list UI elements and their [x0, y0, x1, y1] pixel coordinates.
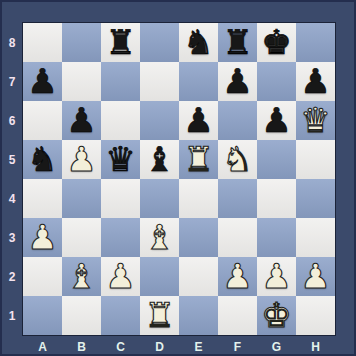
piece-black-knight-e8[interactable]: ♞	[179, 23, 218, 62]
file-label-h: H	[296, 338, 335, 356]
square-d6[interactable]	[140, 101, 179, 140]
piece-white-bishop-d3[interactable]: ♝	[140, 218, 179, 257]
file-label-a: A	[23, 338, 62, 356]
square-c8[interactable]: ♜	[101, 23, 140, 62]
rank-label-6: 6	[2, 101, 22, 140]
square-a1[interactable]	[23, 296, 62, 335]
square-e7[interactable]	[179, 62, 218, 101]
square-b4[interactable]	[62, 179, 101, 218]
square-b2[interactable]: ♝	[62, 257, 101, 296]
square-h8[interactable]	[296, 23, 335, 62]
rank-label-5: 5	[2, 140, 22, 179]
piece-white-pawn-g2[interactable]: ♟	[257, 257, 296, 296]
square-h6[interactable]: ♛	[296, 101, 335, 140]
piece-black-pawn-b6[interactable]: ♟	[62, 101, 101, 140]
square-c5[interactable]: ♛	[101, 140, 140, 179]
chess-board: ♜♞♜♚♟♟♟♟♟♟♛♞♟♛♝♜♞♟♝♝♟♟♟♟♜♚	[22, 22, 336, 336]
file-label-g: G	[257, 338, 296, 356]
square-g2[interactable]: ♟	[257, 257, 296, 296]
piece-white-king-g1[interactable]: ♚	[257, 296, 296, 335]
file-labels: ABCDEFGH	[23, 338, 335, 356]
square-g4[interactable]	[257, 179, 296, 218]
piece-black-bishop-d5[interactable]: ♝	[140, 140, 179, 179]
rank-labels: 87654321	[2, 23, 22, 335]
square-a5[interactable]: ♞	[23, 140, 62, 179]
square-e3[interactable]	[179, 218, 218, 257]
square-g7[interactable]	[257, 62, 296, 101]
square-c4[interactable]	[101, 179, 140, 218]
piece-white-pawn-a3[interactable]: ♟	[23, 218, 62, 257]
square-f8[interactable]: ♜	[218, 23, 257, 62]
square-c1[interactable]	[101, 296, 140, 335]
square-f3[interactable]	[218, 218, 257, 257]
square-b1[interactable]	[62, 296, 101, 335]
square-h2[interactable]: ♟	[296, 257, 335, 296]
square-f7[interactable]: ♟	[218, 62, 257, 101]
square-a2[interactable]	[23, 257, 62, 296]
square-d7[interactable]	[140, 62, 179, 101]
square-f1[interactable]	[218, 296, 257, 335]
piece-white-rook-d1[interactable]: ♜	[140, 296, 179, 335]
piece-white-bishop-b2[interactable]: ♝	[62, 257, 101, 296]
square-b5[interactable]: ♟	[62, 140, 101, 179]
rank-label-1: 1	[2, 296, 22, 335]
rank-label-4: 4	[2, 179, 22, 218]
square-g1[interactable]: ♚	[257, 296, 296, 335]
square-d5[interactable]: ♝	[140, 140, 179, 179]
square-g8[interactable]: ♚	[257, 23, 296, 62]
piece-black-pawn-h7[interactable]: ♟	[296, 62, 335, 101]
square-a3[interactable]: ♟	[23, 218, 62, 257]
square-e1[interactable]	[179, 296, 218, 335]
rank-label-7: 7	[2, 62, 22, 101]
square-g3[interactable]	[257, 218, 296, 257]
square-h3[interactable]	[296, 218, 335, 257]
square-h7[interactable]: ♟	[296, 62, 335, 101]
square-f4[interactable]	[218, 179, 257, 218]
piece-black-rook-c8[interactable]: ♜	[101, 23, 140, 62]
piece-white-rook-e5[interactable]: ♜	[179, 140, 218, 179]
file-label-d: D	[140, 338, 179, 356]
square-a4[interactable]	[23, 179, 62, 218]
piece-white-pawn-b5[interactable]: ♟	[62, 140, 101, 179]
square-b6[interactable]: ♟	[62, 101, 101, 140]
piece-black-pawn-e6[interactable]: ♟	[179, 101, 218, 140]
square-c6[interactable]	[101, 101, 140, 140]
square-h1[interactable]	[296, 296, 335, 335]
piece-black-knight-a5[interactable]: ♞	[23, 140, 62, 179]
square-f5[interactable]: ♞	[218, 140, 257, 179]
square-a6[interactable]	[23, 101, 62, 140]
file-label-f: F	[218, 338, 257, 356]
file-label-e: E	[179, 338, 218, 356]
piece-black-pawn-a7[interactable]: ♟	[23, 62, 62, 101]
square-e2[interactable]	[179, 257, 218, 296]
square-e6[interactable]: ♟	[179, 101, 218, 140]
square-e4[interactable]	[179, 179, 218, 218]
square-c2[interactable]: ♟	[101, 257, 140, 296]
square-e8[interactable]: ♞	[179, 23, 218, 62]
rank-label-8: 8	[2, 23, 22, 62]
square-g6[interactable]: ♟	[257, 101, 296, 140]
file-label-c: C	[101, 338, 140, 356]
rank-label-2: 2	[2, 257, 22, 296]
square-a7[interactable]: ♟	[23, 62, 62, 101]
square-e5[interactable]: ♜	[179, 140, 218, 179]
square-d2[interactable]	[140, 257, 179, 296]
square-c3[interactable]	[101, 218, 140, 257]
square-d4[interactable]	[140, 179, 179, 218]
square-b7[interactable]	[62, 62, 101, 101]
square-a8[interactable]	[23, 23, 62, 62]
square-d1[interactable]: ♜	[140, 296, 179, 335]
piece-white-pawn-f2[interactable]: ♟	[218, 257, 257, 296]
piece-white-pawn-h2[interactable]: ♟	[296, 257, 335, 296]
piece-white-queen-h6[interactable]: ♛	[296, 101, 335, 140]
square-g5[interactable]	[257, 140, 296, 179]
square-d8[interactable]	[140, 23, 179, 62]
piece-black-rook-f8[interactable]: ♜	[218, 23, 257, 62]
square-c7[interactable]	[101, 62, 140, 101]
square-b8[interactable]	[62, 23, 101, 62]
rank-label-3: 3	[2, 218, 22, 257]
piece-white-knight-f5[interactable]: ♞	[218, 140, 257, 179]
square-f6[interactable]	[218, 101, 257, 140]
piece-black-pawn-g6[interactable]: ♟	[257, 101, 296, 140]
square-f2[interactable]: ♟	[218, 257, 257, 296]
square-d3[interactable]: ♝	[140, 218, 179, 257]
piece-black-pawn-f7[interactable]: ♟	[218, 62, 257, 101]
square-b3[interactable]	[62, 218, 101, 257]
piece-black-king-g8[interactable]: ♚	[257, 23, 296, 62]
file-label-b: B	[62, 338, 101, 356]
square-h5[interactable]	[296, 140, 335, 179]
chess-board-frame: 87654321 ♜♞♜♚♟♟♟♟♟♟♛♞♟♛♝♜♞♟♝♝♟♟♟♟♜♚ ABCD…	[0, 0, 356, 356]
square-h4[interactable]	[296, 179, 335, 218]
piece-white-pawn-c2[interactable]: ♟	[101, 257, 140, 296]
piece-black-queen-c5[interactable]: ♛	[101, 140, 140, 179]
